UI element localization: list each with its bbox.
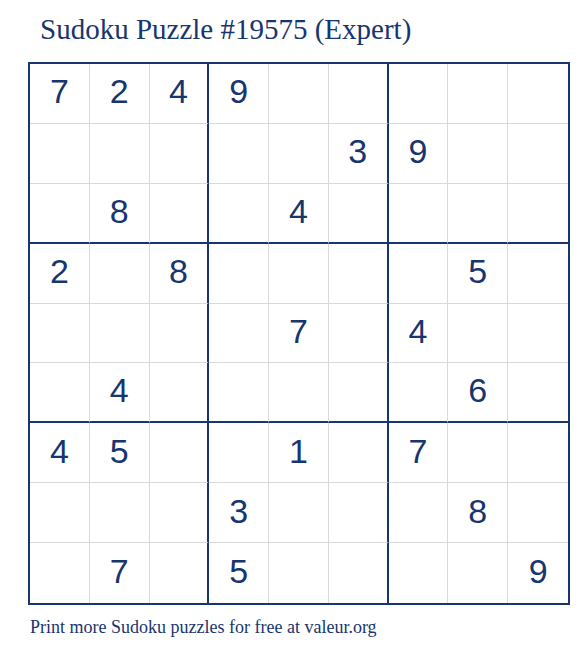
cell-r2c4[interactable] [209,124,269,184]
puzzle-title: Sudoku Puzzle #19575 (Expert) [40,13,411,46]
cell-r1c1[interactable]: 7 [30,64,90,124]
cell-r6c4[interactable] [209,363,269,423]
cell-r8c1[interactable] [30,483,90,543]
cell-r3c9[interactable] [508,184,568,244]
cell-r7c9[interactable] [508,423,568,483]
cell-r6c9[interactable] [508,363,568,423]
cell-r7c1[interactable]: 4 [30,423,90,483]
cell-r5c9[interactable] [508,304,568,364]
cell-r6c3[interactable] [150,363,210,423]
cell-r6c1[interactable] [30,363,90,423]
cell-r1c2[interactable]: 2 [90,64,150,124]
cell-r5c2[interactable] [90,304,150,364]
cell-r8c5[interactable] [269,483,329,543]
cell-r9c8[interactable] [448,543,508,603]
cell-r9c7[interactable] [389,543,449,603]
cell-r3c3[interactable] [150,184,210,244]
cell-r4c2[interactable] [90,244,150,304]
cell-r4c7[interactable] [389,244,449,304]
cell-r9c5[interactable] [269,543,329,603]
cell-r1c7[interactable] [389,64,449,124]
cell-r1c9[interactable] [508,64,568,124]
cell-r1c6[interactable] [329,64,389,124]
cell-r6c6[interactable] [329,363,389,423]
cell-r3c6[interactable] [329,184,389,244]
cell-r6c2[interactable]: 4 [90,363,150,423]
cell-r7c6[interactable] [329,423,389,483]
cell-r9c2[interactable]: 7 [90,543,150,603]
cell-r8c2[interactable] [90,483,150,543]
cell-r4c9[interactable] [508,244,568,304]
cell-r5c6[interactable] [329,304,389,364]
cell-r9c9[interactable]: 9 [508,543,568,603]
cell-r9c6[interactable] [329,543,389,603]
cell-r3c5[interactable]: 4 [269,184,329,244]
cell-r7c2[interactable]: 5 [90,423,150,483]
cell-r4c5[interactable] [269,244,329,304]
cell-r8c7[interactable] [389,483,449,543]
cell-r5c3[interactable] [150,304,210,364]
cell-r9c4[interactable]: 5 [209,543,269,603]
cell-r2c7[interactable]: 9 [389,124,449,184]
cell-r2c6[interactable]: 3 [329,124,389,184]
sudoku-page: Sudoku Puzzle #19575 (Expert) 7249398428… [0,0,580,651]
cell-r3c2[interactable]: 8 [90,184,150,244]
cell-r8c9[interactable] [508,483,568,543]
cell-r2c5[interactable] [269,124,329,184]
cell-r3c1[interactable] [30,184,90,244]
cell-r2c9[interactable] [508,124,568,184]
sudoku-board: 724939842857446451738759 [28,62,570,605]
cell-r7c5[interactable]: 1 [269,423,329,483]
cell-r4c4[interactable] [209,244,269,304]
cell-r3c8[interactable] [448,184,508,244]
cell-r7c7[interactable]: 7 [389,423,449,483]
cell-r8c3[interactable] [150,483,210,543]
cell-r6c8[interactable]: 6 [448,363,508,423]
cell-r3c7[interactable] [389,184,449,244]
cell-r5c7[interactable]: 4 [389,304,449,364]
cell-r5c4[interactable] [209,304,269,364]
cell-r3c4[interactable] [209,184,269,244]
cell-r9c3[interactable] [150,543,210,603]
cell-r1c3[interactable]: 4 [150,64,210,124]
cell-r7c8[interactable] [448,423,508,483]
cell-r5c8[interactable] [448,304,508,364]
cell-r6c7[interactable] [389,363,449,423]
cell-r4c3[interactable]: 8 [150,244,210,304]
cell-r4c8[interactable]: 5 [448,244,508,304]
cell-r6c5[interactable] [269,363,329,423]
cell-r2c3[interactable] [150,124,210,184]
cell-r8c6[interactable] [329,483,389,543]
cell-r1c4[interactable]: 9 [209,64,269,124]
cell-r5c5[interactable]: 7 [269,304,329,364]
cell-r7c3[interactable] [150,423,210,483]
cell-r9c1[interactable] [30,543,90,603]
cell-r2c2[interactable] [90,124,150,184]
cell-r1c5[interactable] [269,64,329,124]
cell-r7c4[interactable] [209,423,269,483]
footer-text: Print more Sudoku puzzles for free at va… [30,617,377,638]
cell-r8c8[interactable]: 8 [448,483,508,543]
cell-r1c8[interactable] [448,64,508,124]
cell-r4c1[interactable]: 2 [30,244,90,304]
cell-r8c4[interactable]: 3 [209,483,269,543]
cell-r4c6[interactable] [329,244,389,304]
cell-r2c1[interactable] [30,124,90,184]
cell-r2c8[interactable] [448,124,508,184]
cell-r5c1[interactable] [30,304,90,364]
